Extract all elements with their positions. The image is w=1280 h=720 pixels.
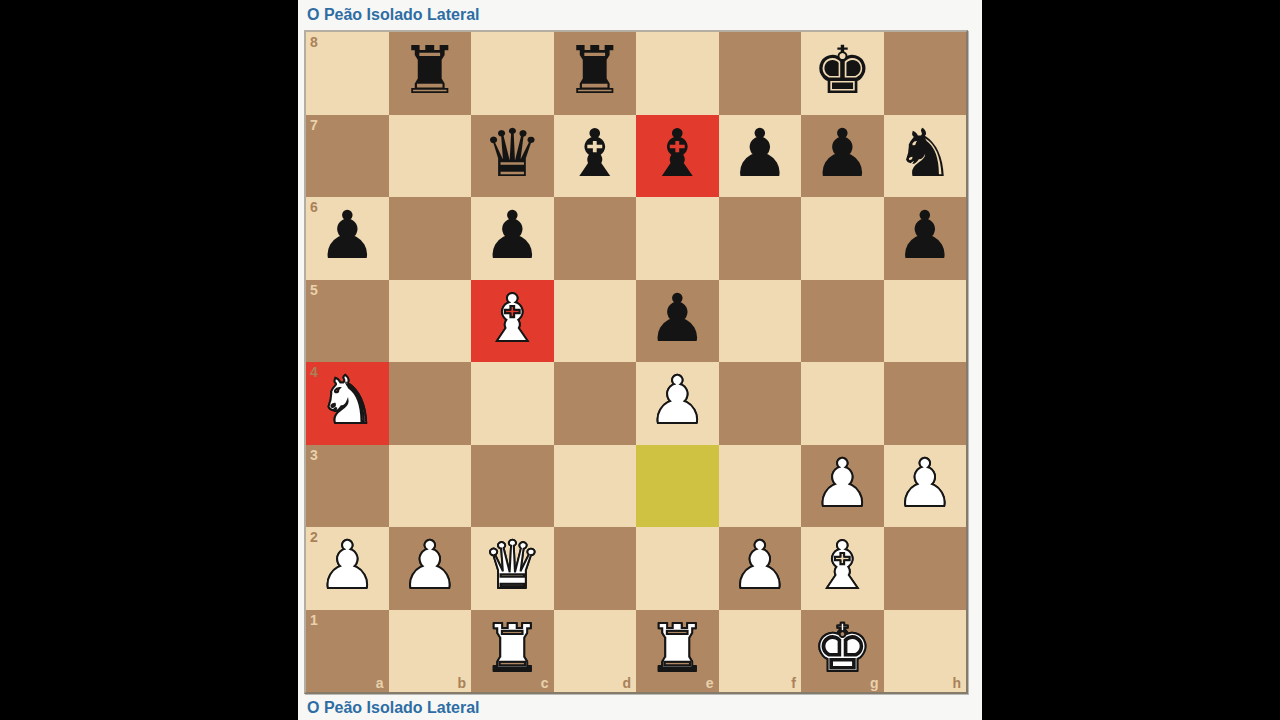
rank-label-4: 4	[310, 365, 318, 379]
piece-white-pawn[interactable]: ♟	[318, 533, 377, 599]
square-c3[interactable]	[471, 445, 554, 528]
rank-label-1: 1	[310, 613, 318, 627]
piece-white-bishop[interactable]: ♝	[813, 533, 872, 599]
piece-black-rook[interactable]: ♜	[400, 38, 459, 104]
piece-white-rook[interactable]: ♜	[648, 616, 707, 682]
page-title-top: O Peão Isolado Lateral	[298, 0, 982, 30]
rank-label-6: 6	[310, 200, 318, 214]
square-f8[interactable]	[719, 32, 802, 115]
square-a7[interactable]: 7	[306, 115, 389, 198]
square-b7[interactable]	[389, 115, 472, 198]
piece-black-bishop[interactable]: ♝	[565, 121, 624, 187]
piece-black-pawn[interactable]: ♟	[648, 286, 707, 352]
square-a4[interactable]: 4♞	[306, 362, 389, 445]
piece-black-queen[interactable]: ♛	[483, 121, 542, 187]
square-c2[interactable]: ♛	[471, 527, 554, 610]
square-h7[interactable]: ♞	[884, 115, 967, 198]
square-b4[interactable]	[389, 362, 472, 445]
square-f7[interactable]: ♟	[719, 115, 802, 198]
square-a6[interactable]: 6♟	[306, 197, 389, 280]
piece-white-king[interactable]: ♚	[813, 616, 872, 682]
square-h2[interactable]	[884, 527, 967, 610]
square-e6[interactable]	[636, 197, 719, 280]
square-h6[interactable]: ♟	[884, 197, 967, 280]
piece-white-pawn[interactable]: ♟	[895, 451, 954, 517]
square-e5[interactable]: ♟	[636, 280, 719, 363]
square-g2[interactable]: ♝	[801, 527, 884, 610]
file-label-c: c	[541, 676, 549, 690]
square-a3[interactable]: 3	[306, 445, 389, 528]
square-d1[interactable]: d	[554, 610, 637, 693]
square-g4[interactable]	[801, 362, 884, 445]
square-d3[interactable]	[554, 445, 637, 528]
square-b8[interactable]: ♜	[389, 32, 472, 115]
piece-black-pawn[interactable]: ♟	[483, 203, 542, 269]
square-e4[interactable]: ♟	[636, 362, 719, 445]
square-e2[interactable]	[636, 527, 719, 610]
rank-label-5: 5	[310, 283, 318, 297]
square-d4[interactable]	[554, 362, 637, 445]
piece-black-bishop[interactable]: ♝	[648, 121, 707, 187]
square-d6[interactable]	[554, 197, 637, 280]
square-d5[interactable]	[554, 280, 637, 363]
video-frame: O Peão Isolado Lateral 8♜♜♚7♛♝♝♟♟♞6♟♟♟5♝…	[0, 0, 1280, 720]
square-h1[interactable]: h	[884, 610, 967, 693]
square-h4[interactable]	[884, 362, 967, 445]
square-g5[interactable]	[801, 280, 884, 363]
square-h8[interactable]	[884, 32, 967, 115]
square-g7[interactable]: ♟	[801, 115, 884, 198]
square-c6[interactable]: ♟	[471, 197, 554, 280]
rank-label-2: 2	[310, 530, 318, 544]
square-c8[interactable]	[471, 32, 554, 115]
file-label-e: e	[706, 676, 714, 690]
piece-white-pawn[interactable]: ♟	[730, 533, 789, 599]
square-g6[interactable]	[801, 197, 884, 280]
rank-label-3: 3	[310, 448, 318, 462]
square-f1[interactable]: f	[719, 610, 802, 693]
file-label-d: d	[622, 676, 631, 690]
piece-white-pawn[interactable]: ♟	[648, 368, 707, 434]
piece-black-rook[interactable]: ♜	[565, 38, 624, 104]
square-d2[interactable]	[554, 527, 637, 610]
file-label-a: a	[376, 676, 384, 690]
square-d7[interactable]: ♝	[554, 115, 637, 198]
square-b6[interactable]	[389, 197, 472, 280]
file-label-h: h	[952, 676, 961, 690]
square-f6[interactable]	[719, 197, 802, 280]
piece-black-king[interactable]: ♚	[813, 38, 872, 104]
square-b1[interactable]: b	[389, 610, 472, 693]
content-column: O Peão Isolado Lateral 8♜♜♚7♛♝♝♟♟♞6♟♟♟5♝…	[298, 0, 982, 720]
square-e3[interactable]	[636, 445, 719, 528]
chess-board: 8♜♜♚7♛♝♝♟♟♞6♟♟♟5♝♟4♞♟3♟♟2♟♟♛♟♝1abc♜de♜fg…	[304, 30, 968, 694]
piece-white-queen[interactable]: ♛	[483, 533, 542, 599]
piece-white-bishop[interactable]: ♝	[483, 286, 542, 352]
piece-black-pawn[interactable]: ♟	[895, 203, 954, 269]
square-b5[interactable]	[389, 280, 472, 363]
square-f2[interactable]: ♟	[719, 527, 802, 610]
square-a2[interactable]: 2♟	[306, 527, 389, 610]
square-e7[interactable]: ♝	[636, 115, 719, 198]
piece-white-knight[interactable]: ♞	[318, 368, 377, 434]
square-e8[interactable]	[636, 32, 719, 115]
square-g1[interactable]: g♚	[801, 610, 884, 693]
square-g8[interactable]: ♚	[801, 32, 884, 115]
square-e1[interactable]: e♜	[636, 610, 719, 693]
file-label-b: b	[457, 676, 466, 690]
square-f3[interactable]	[719, 445, 802, 528]
square-h3[interactable]: ♟	[884, 445, 967, 528]
piece-black-pawn[interactable]: ♟	[318, 203, 377, 269]
square-f5[interactable]	[719, 280, 802, 363]
square-c4[interactable]	[471, 362, 554, 445]
rank-label-8: 8	[310, 35, 318, 49]
square-c5[interactable]: ♝	[471, 280, 554, 363]
square-h5[interactable]	[884, 280, 967, 363]
piece-white-rook[interactable]: ♜	[483, 616, 542, 682]
piece-black-pawn[interactable]: ♟	[730, 121, 789, 187]
square-f4[interactable]	[719, 362, 802, 445]
square-a1[interactable]: 1a	[306, 610, 389, 693]
square-b2[interactable]: ♟	[389, 527, 472, 610]
square-a5[interactable]: 5	[306, 280, 389, 363]
square-a8[interactable]: 8	[306, 32, 389, 115]
piece-black-pawn[interactable]: ♟	[813, 121, 872, 187]
square-g3[interactable]: ♟	[801, 445, 884, 528]
square-d8[interactable]: ♜	[554, 32, 637, 115]
page-title-bottom: O Peão Isolado Lateral	[298, 697, 982, 719]
file-label-f: f	[791, 676, 796, 690]
piece-white-pawn[interactable]: ♟	[400, 533, 459, 599]
square-c1[interactable]: c♜	[471, 610, 554, 693]
rank-label-7: 7	[310, 118, 318, 132]
square-b3[interactable]	[389, 445, 472, 528]
piece-black-knight[interactable]: ♞	[895, 121, 954, 187]
square-c7[interactable]: ♛	[471, 115, 554, 198]
piece-white-pawn[interactable]: ♟	[813, 451, 872, 517]
